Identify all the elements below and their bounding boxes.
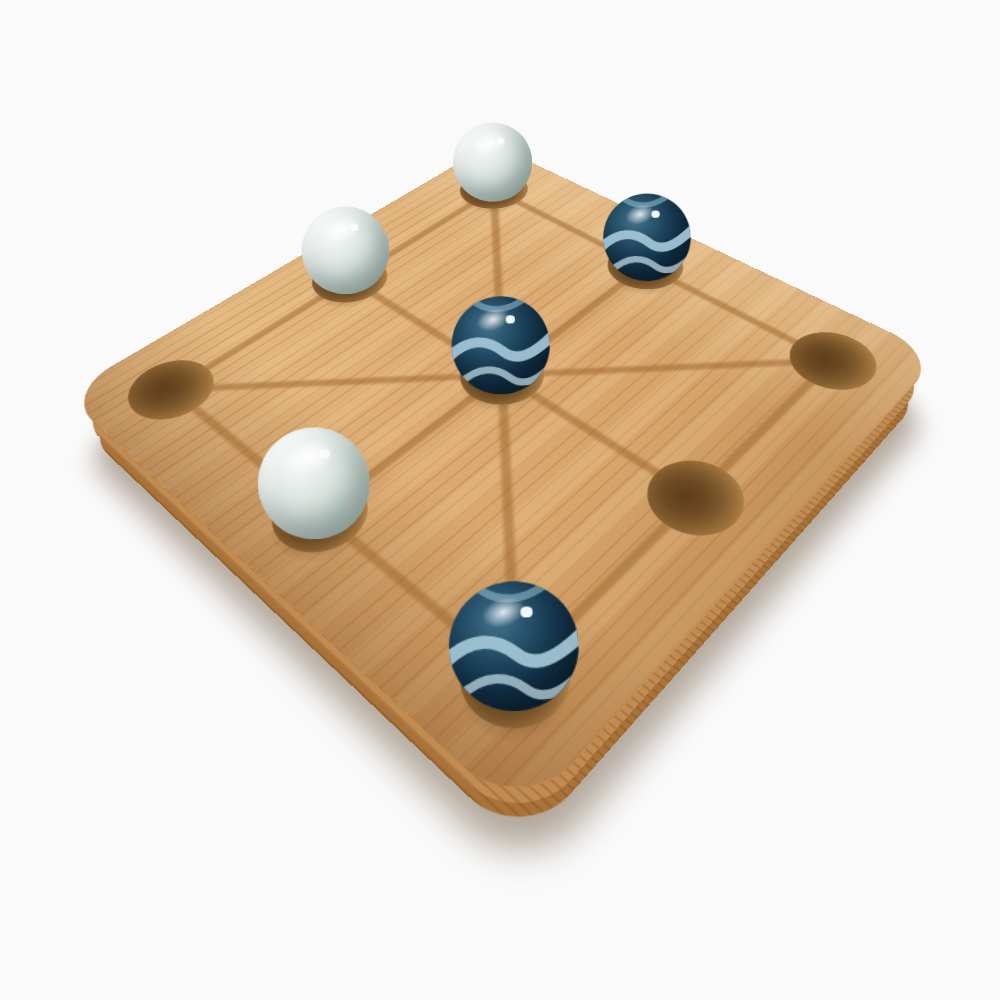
specular-highlight: [320, 210, 365, 247]
board-hole: [628, 446, 763, 552]
specular-highlight: [282, 432, 339, 479]
board-hole: [773, 321, 892, 402]
board-scene: [137, 10, 867, 740]
photo-background: [0, 0, 1000, 1000]
wooden-board: [64, 144, 940, 820]
specular-highlight: [470, 126, 510, 159]
